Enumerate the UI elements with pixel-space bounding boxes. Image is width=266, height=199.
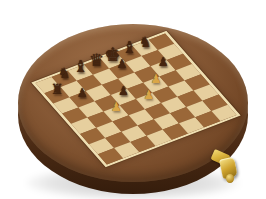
chess-set-photo: ♞♝♛♚♝♞♜♟♟♟♟♟♟♟ (0, 0, 266, 199)
clasp-pin (226, 174, 234, 183)
brass-clasp (209, 146, 247, 192)
